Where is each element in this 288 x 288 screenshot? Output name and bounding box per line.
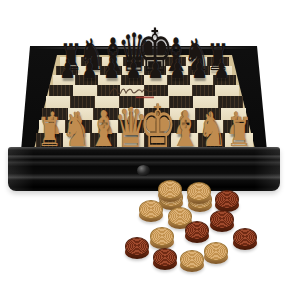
brand-signature	[108, 84, 160, 101]
square-c2	[92, 120, 118, 133]
checker-light	[180, 250, 204, 284]
case-sheen-right	[254, 147, 280, 191]
square-b1	[63, 133, 90, 148]
square-f6	[167, 75, 190, 85]
checker-top	[125, 237, 149, 256]
square-d3	[119, 108, 145, 120]
checker-top	[233, 228, 257, 247]
square-e8	[144, 57, 165, 66]
square-f1	[171, 133, 198, 148]
square-a5	[49, 85, 73, 96]
checker-top	[210, 210, 234, 229]
checker-dark	[125, 237, 149, 271]
square-d8	[123, 57, 144, 66]
square-a6	[53, 75, 76, 85]
square-g5	[192, 85, 216, 96]
checker-top	[139, 200, 163, 219]
square-d7	[122, 66, 144, 75]
square-e7	[144, 66, 166, 75]
drawer-knob	[137, 165, 150, 176]
checker-top	[215, 190, 239, 209]
checker-light	[204, 242, 228, 276]
square-c1	[90, 133, 117, 148]
signature-stroke	[110, 89, 157, 94]
square-h3	[221, 108, 247, 120]
square-f7	[166, 66, 188, 75]
square-d1	[117, 133, 144, 148]
square-f8	[165, 57, 186, 66]
square-g7	[188, 66, 210, 75]
square-c8	[102, 57, 123, 66]
square-f5	[168, 85, 192, 96]
square-b4	[70, 96, 95, 108]
square-a2	[39, 120, 65, 133]
square-f4	[169, 96, 194, 108]
checker-top	[204, 242, 228, 261]
square-a1	[36, 133, 63, 148]
square-b5	[73, 85, 97, 96]
signature-subtext	[136, 97, 154, 99]
square-h5	[215, 85, 239, 96]
checker-top	[185, 221, 209, 240]
square-b8	[81, 57, 102, 66]
chess-board	[0, 57, 288, 148]
square-b7	[78, 66, 100, 75]
square-e1	[144, 133, 171, 148]
square-g6	[190, 75, 213, 85]
frame-highlight	[33, 47, 255, 49]
checker-top	[187, 182, 211, 201]
checker-top	[153, 248, 177, 267]
board-rank-8	[60, 57, 229, 66]
square-e3	[144, 108, 170, 120]
square-b3	[68, 108, 94, 120]
square-h6	[213, 75, 236, 85]
board-rank-7	[56, 66, 232, 75]
board-rank-3	[42, 108, 246, 120]
square-g1	[198, 133, 225, 148]
square-c3	[93, 108, 119, 120]
square-h1	[225, 133, 252, 148]
square-g2	[197, 120, 223, 133]
square-a3	[42, 108, 68, 120]
square-h4	[218, 96, 243, 108]
square-a7	[56, 66, 78, 75]
checker-dark	[153, 248, 177, 282]
square-d2	[118, 120, 144, 133]
square-b6	[75, 75, 98, 85]
square-b2	[65, 120, 91, 133]
square-f3	[170, 108, 196, 120]
square-a8	[60, 57, 81, 66]
board-rank-2	[39, 120, 249, 133]
board-rank-1	[36, 133, 253, 148]
square-g4	[193, 96, 218, 108]
square-h8	[207, 57, 228, 66]
checker-dark	[210, 210, 234, 244]
checker-dark	[233, 228, 257, 262]
square-e2	[144, 120, 170, 133]
square-f2	[170, 120, 196, 133]
square-a4	[46, 96, 71, 108]
square-g3	[195, 108, 221, 120]
square-g8	[186, 57, 207, 66]
checker-top	[158, 180, 182, 199]
square-h7	[210, 66, 232, 75]
case-sheen-left	[8, 147, 34, 191]
product-photo-stage: ♜♞♝♛♚♝♞♜♟♟♟♟♟♟♟♟♟♟♟♟♟♟♟♟♜♞♝♛♚♝♞♜	[0, 0, 288, 288]
checker-top	[180, 250, 204, 269]
checker-top	[150, 227, 174, 246]
square-h2	[223, 120, 249, 133]
square-c7	[100, 66, 122, 75]
